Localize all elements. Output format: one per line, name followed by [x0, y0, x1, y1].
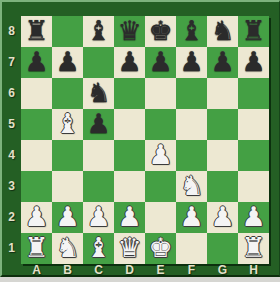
file-label-f: F — [176, 264, 207, 277]
chess-diagram: ♜♝♛♚♝♞♜♟♟♟♟♟♟♟♞♝♟♟♞♟♟♟♟♟♟♟♜♞♝♛♚♜ 8765432… — [0, 0, 280, 282]
black-bishop-f8: ♝ — [176, 16, 207, 47]
chess-board-widget: ♜♝♛♚♝♞♜♟♟♟♟♟♟♟♞♝♟♟♞♟♟♟♟♟♟♟♜♞♝♛♚♜ 8765432… — [0, 0, 280, 277]
rank-label-8: 8 — [2, 16, 21, 47]
square-g4[interactable] — [207, 140, 238, 171]
black-king-e8: ♚ — [145, 16, 176, 47]
square-b7[interactable]: ♟ — [52, 47, 83, 78]
square-d4[interactable] — [114, 140, 145, 171]
square-f5[interactable] — [176, 109, 207, 140]
square-e4[interactable]: ♟ — [145, 140, 176, 171]
rank-label-4: 4 — [2, 140, 21, 171]
white-rook-h1: ♜ — [238, 233, 269, 264]
square-d7[interactable]: ♟ — [114, 47, 145, 78]
file-label-g: G — [207, 264, 238, 277]
square-d2[interactable]: ♟ — [114, 202, 145, 233]
square-e5[interactable] — [145, 109, 176, 140]
black-pawn-f7: ♟ — [176, 47, 207, 78]
black-bishop-c8: ♝ — [83, 16, 114, 47]
black-pawn-d7: ♟ — [114, 47, 145, 78]
square-b8[interactable] — [52, 16, 83, 47]
square-b4[interactable] — [52, 140, 83, 171]
rank-label-1: 1 — [2, 233, 21, 264]
square-e1[interactable]: ♚ — [145, 233, 176, 264]
square-b1[interactable]: ♞ — [52, 233, 83, 264]
square-e7[interactable]: ♟ — [145, 47, 176, 78]
square-c2[interactable]: ♟ — [83, 202, 114, 233]
square-g5[interactable] — [207, 109, 238, 140]
file-label-h: H — [238, 264, 269, 277]
square-c8[interactable]: ♝ — [83, 16, 114, 47]
square-c7[interactable] — [83, 47, 114, 78]
square-h4[interactable] — [238, 140, 269, 171]
square-a2[interactable]: ♟ — [21, 202, 52, 233]
square-e6[interactable] — [145, 78, 176, 109]
white-rook-a1: ♜ — [21, 233, 52, 264]
square-a6[interactable] — [21, 78, 52, 109]
white-king-e1: ♚ — [145, 233, 176, 264]
square-b2[interactable]: ♟ — [52, 202, 83, 233]
board-grid[interactable]: ♜♝♛♚♝♞♜♟♟♟♟♟♟♟♞♝♟♟♞♟♟♟♟♟♟♟♜♞♝♛♚♜ — [21, 16, 269, 264]
square-f2[interactable]: ♟ — [176, 202, 207, 233]
square-f8[interactable]: ♝ — [176, 16, 207, 47]
square-a5[interactable] — [21, 109, 52, 140]
black-knight-g8: ♞ — [207, 16, 238, 47]
white-pawn-e4: ♟ — [145, 140, 176, 171]
white-bishop-b5: ♝ — [52, 109, 83, 140]
square-f6[interactable] — [176, 78, 207, 109]
rank-label-7: 7 — [2, 47, 21, 78]
square-f7[interactable]: ♟ — [176, 47, 207, 78]
black-rook-a8: ♜ — [21, 16, 52, 47]
white-pawn-d2: ♟ — [114, 202, 145, 233]
square-c1[interactable]: ♝ — [83, 233, 114, 264]
square-d8[interactable]: ♛ — [114, 16, 145, 47]
black-pawn-h7: ♟ — [238, 47, 269, 78]
black-knight-c6: ♞ — [83, 78, 114, 109]
square-a7[interactable]: ♟ — [21, 47, 52, 78]
white-pawn-b2: ♟ — [52, 202, 83, 233]
white-pawn-a2: ♟ — [21, 202, 52, 233]
square-a3[interactable] — [21, 171, 52, 202]
square-a4[interactable] — [21, 140, 52, 171]
square-d5[interactable] — [114, 109, 145, 140]
black-pawn-a7: ♟ — [21, 47, 52, 78]
black-queen-d8: ♛ — [114, 16, 145, 47]
square-c5[interactable]: ♟ — [83, 109, 114, 140]
square-h2[interactable]: ♟ — [238, 202, 269, 233]
square-d1[interactable]: ♛ — [114, 233, 145, 264]
square-f1[interactable] — [176, 233, 207, 264]
square-b6[interactable] — [52, 78, 83, 109]
square-d6[interactable] — [114, 78, 145, 109]
square-a8[interactable]: ♜ — [21, 16, 52, 47]
rank-label-3: 3 — [2, 171, 21, 202]
file-label-b: B — [52, 264, 83, 277]
square-h8[interactable]: ♜ — [238, 16, 269, 47]
square-h3[interactable] — [238, 171, 269, 202]
white-pawn-g2: ♟ — [207, 202, 238, 233]
square-f3[interactable]: ♞ — [176, 171, 207, 202]
square-g2[interactable]: ♟ — [207, 202, 238, 233]
square-d3[interactable] — [114, 171, 145, 202]
file-label-a: A — [21, 264, 52, 277]
square-a1[interactable]: ♜ — [21, 233, 52, 264]
square-h1[interactable]: ♜ — [238, 233, 269, 264]
square-f4[interactable] — [176, 140, 207, 171]
file-label-e: E — [145, 264, 176, 277]
square-h6[interactable] — [238, 78, 269, 109]
square-b3[interactable] — [52, 171, 83, 202]
square-g3[interactable] — [207, 171, 238, 202]
white-queen-d1: ♛ — [114, 233, 145, 264]
rank-label-2: 2 — [2, 202, 21, 233]
black-pawn-b7: ♟ — [52, 47, 83, 78]
square-c3[interactable] — [83, 171, 114, 202]
white-pawn-h2: ♟ — [238, 202, 269, 233]
white-knight-f3: ♞ — [176, 171, 207, 202]
square-h5[interactable] — [238, 109, 269, 140]
square-c6[interactable]: ♞ — [83, 78, 114, 109]
square-g8[interactable]: ♞ — [207, 16, 238, 47]
square-e8[interactable]: ♚ — [145, 16, 176, 47]
black-pawn-c5: ♟ — [83, 109, 114, 140]
square-c4[interactable] — [83, 140, 114, 171]
black-pawn-g7: ♟ — [207, 47, 238, 78]
square-e2[interactable] — [145, 202, 176, 233]
square-g1[interactable] — [207, 233, 238, 264]
white-pawn-c2: ♟ — [83, 202, 114, 233]
square-g7[interactable]: ♟ — [207, 47, 238, 78]
rank-label-6: 6 — [2, 78, 21, 109]
white-knight-b1: ♞ — [52, 233, 83, 264]
file-label-d: D — [114, 264, 145, 277]
white-bishop-c1: ♝ — [83, 233, 114, 264]
black-pawn-e7: ♟ — [145, 47, 176, 78]
square-b5[interactable]: ♝ — [52, 109, 83, 140]
file-label-c: C — [83, 264, 114, 277]
black-rook-h8: ♜ — [238, 16, 269, 47]
square-g6[interactable] — [207, 78, 238, 109]
white-pawn-f2: ♟ — [176, 202, 207, 233]
square-h7[interactable]: ♟ — [238, 47, 269, 78]
rank-label-5: 5 — [2, 109, 21, 140]
square-e3[interactable] — [145, 171, 176, 202]
